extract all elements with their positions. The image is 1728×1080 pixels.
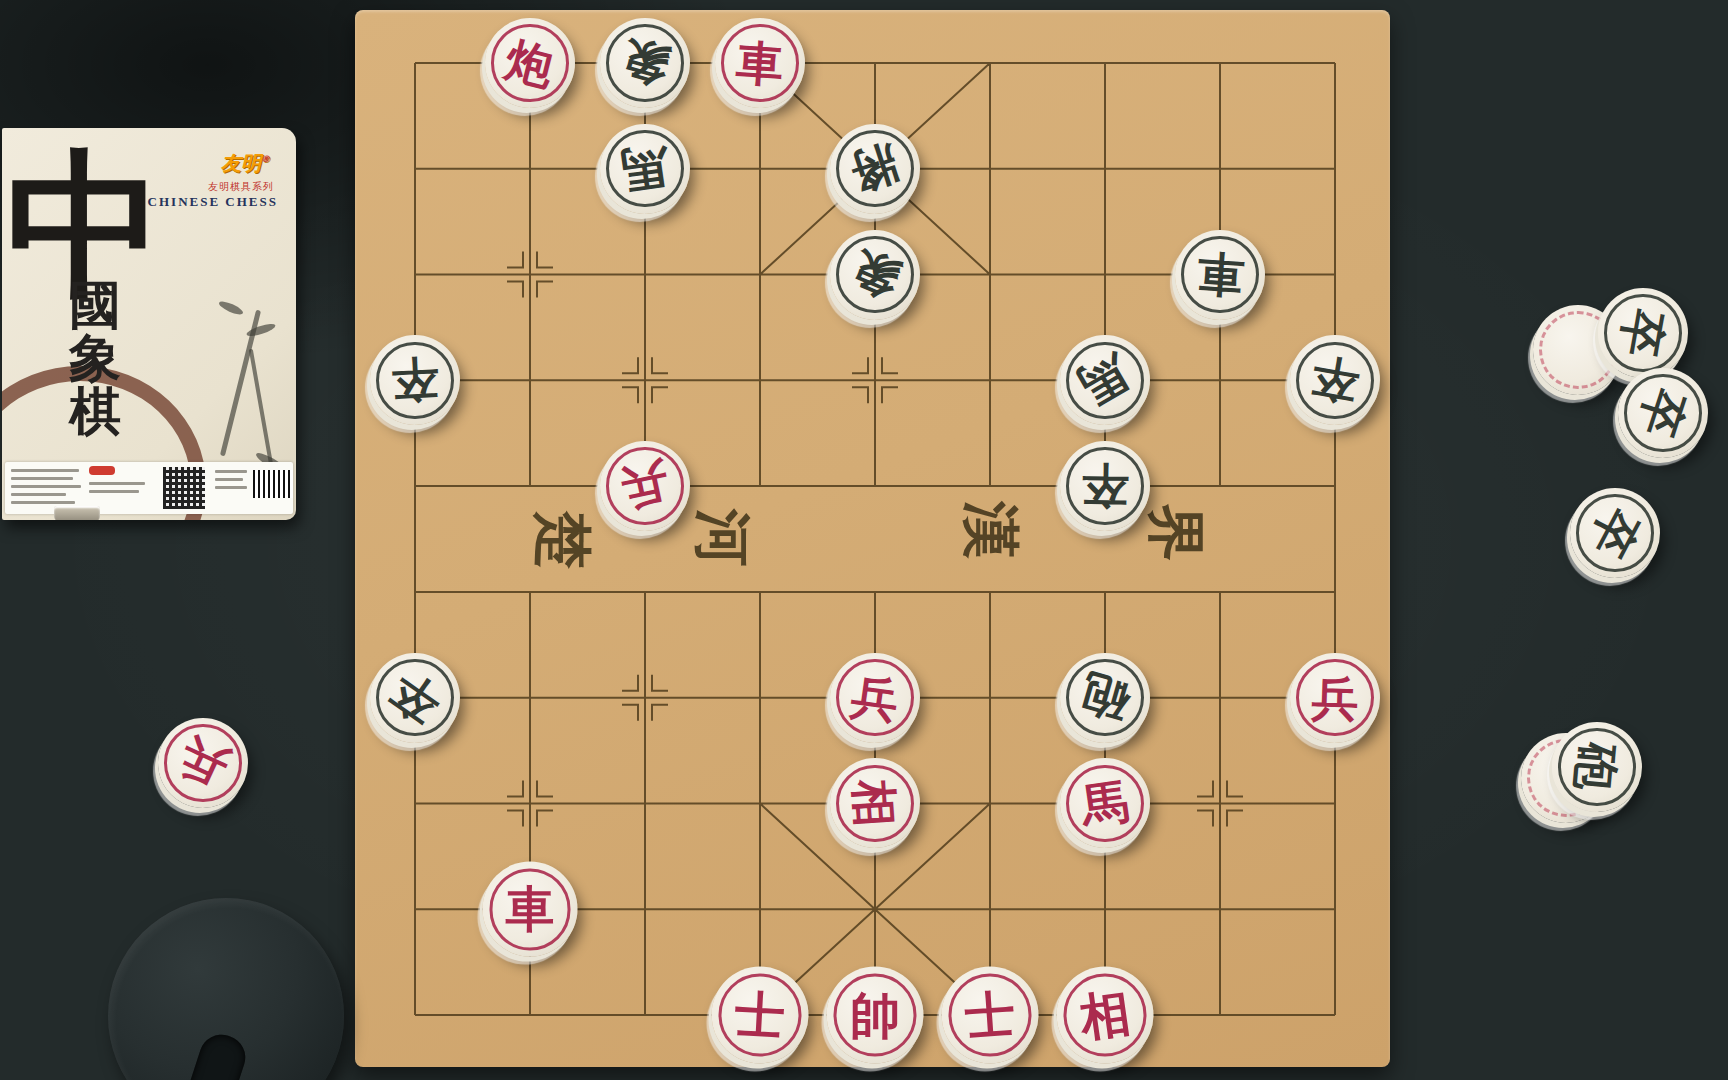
piece-black-soldier[interactable]: 卒 [1618, 368, 1708, 458]
piece-black-soldier[interactable]: 卒 [1570, 488, 1660, 578]
piece-glyph: 砲 [1548, 718, 1646, 816]
piece-black-elephant[interactable]: 象 [830, 230, 920, 320]
piece-red-advisor[interactable]: 士 [712, 967, 809, 1064]
river-text-char: 漢 [951, 501, 1029, 559]
piece-black-soldier[interactable]: 卒 [370, 335, 460, 425]
piece-red-soldier[interactable]: 兵 [830, 653, 920, 743]
piece-red-chariot[interactable]: 車 [483, 862, 578, 957]
piece-red-soldier[interactable]: 兵 [158, 718, 248, 808]
product-label [5, 462, 293, 514]
label-red-chip [89, 466, 115, 475]
piece-black-horse[interactable]: 馬 [1060, 335, 1150, 425]
piece-glyph: 車 [1172, 227, 1268, 323]
piece-glyph: 帥 [827, 967, 924, 1064]
piece-cup-lid [108, 898, 344, 1080]
river-text-char: 楚 [523, 511, 601, 569]
qr-code [163, 467, 205, 509]
piece-glyph: 卒 [1283, 328, 1387, 432]
piece-black-soldier[interactable]: 卒 [1060, 441, 1150, 531]
brand-logo: 友明® [221, 150, 270, 177]
piece-black-elephant[interactable]: 象 [600, 18, 690, 108]
cup-lid-slot [167, 1029, 251, 1080]
piece-red-elephant[interactable]: 相 [1057, 967, 1154, 1064]
piece-glyph: 兵 [1288, 651, 1381, 744]
piece-black-soldier[interactable]: 卒 [370, 653, 460, 743]
chess-box-lid: 中 國象棋 友明® 友明棋具系列 CHINESE CHESS [2, 128, 296, 520]
barcode [253, 470, 293, 498]
piece-glyph: 兵 [824, 647, 926, 749]
piece-red-general[interactable]: 帥 [827, 967, 924, 1064]
piece-glyph: 兵 [592, 433, 699, 540]
box-clasp [54, 506, 100, 520]
piece-red-cannon[interactable]: 炮 [485, 18, 575, 108]
piece-glyph: 相 [1050, 960, 1160, 1070]
piece-glyph: 車 [712, 15, 808, 111]
piece-red-horse[interactable]: 馬 [1060, 758, 1150, 848]
bamboo-leaf-art [217, 299, 244, 317]
piece-red-chariot[interactable]: 車 [715, 18, 805, 108]
piece-black-horse[interactable]: 馬 [600, 124, 690, 214]
piece-black-cannon[interactable]: 砲 [1552, 722, 1642, 812]
piece-glyph: 相 [827, 755, 923, 851]
piece-glyph: 卒 [368, 333, 463, 428]
piece-glyph: 車 [483, 862, 578, 957]
piece-red-elephant[interactable]: 相 [830, 758, 920, 848]
piece-red-advisor[interactable]: 士 [942, 967, 1039, 1064]
piece-red-soldier[interactable]: 兵 [1290, 653, 1380, 743]
piece-glyph: 兵 [143, 703, 263, 823]
piece-glyph: 馬 [594, 118, 696, 220]
piece-glyph: 卒 [1059, 440, 1151, 532]
box-subtitle: CHINESE CHESS [148, 194, 278, 210]
piece-black-cannon[interactable]: 砲 [1060, 653, 1150, 743]
piece-black-general[interactable]: 將 [830, 124, 920, 214]
piece-glyph: 士 [709, 964, 811, 1066]
piece-black-soldier[interactable]: 卒 [1290, 335, 1380, 425]
bamboo-leaf-art [245, 322, 276, 339]
piece-glyph: 士 [938, 963, 1042, 1067]
box-title-column: 國象棋 [64, 278, 126, 437]
piece-black-chariot[interactable]: 車 [1175, 230, 1265, 320]
piece-glyph: 馬 [1054, 753, 1156, 855]
table-surface: { "game": "xiangqi (Chinese chess)", "po… [0, 0, 1728, 1080]
piece-red-soldier[interactable]: 兵 [600, 441, 690, 531]
box-series-text: 友明棋具系列 [208, 180, 274, 194]
piece-glyph: 卒 [1554, 472, 1676, 594]
